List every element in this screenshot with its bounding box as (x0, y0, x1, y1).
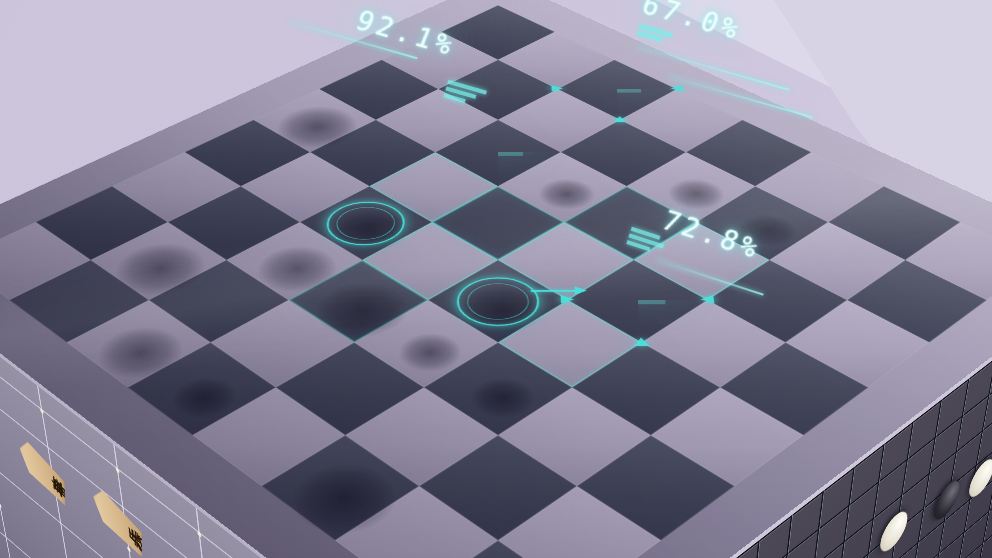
board-3d-stage: 香車歩兵 ♛♚♜♝♟♟♟♟♚♛♜♝♟♟♜♛♝ (0, 0, 992, 558)
pawn-icon: ♟ (449, 287, 547, 396)
bishop-icon: ♝ (564, 144, 712, 309)
chess-board: 香車歩兵 ♛♚♜♝♟♟♟♟♚♛♜♝♟♟♜♛♝ (0, 0, 992, 558)
shogi-tile-0: 香車 (18, 428, 65, 514)
target-marker-icon (634, 338, 650, 346)
ai-chess-scene: 香車歩兵 ♛♚♜♝♟♟♟♟♚♛♜♝♟♟♜♛♝ 92.1% 67.0% 72.8% (0, 0, 992, 558)
go-stone-white-2 (967, 452, 992, 504)
pawn-icon: ♟ (719, 133, 806, 230)
go-stone-black-1 (932, 474, 963, 527)
go-stone-white-0 (878, 504, 910, 558)
shogi-kanji: 香車 (42, 464, 43, 479)
queen-icon: ♛ (550, 0, 684, 96)
pawn-icon: ♟ (153, 287, 251, 396)
king-icon: ♚ (244, 281, 437, 496)
shogi-tile-1: 歩兵 (93, 476, 142, 558)
